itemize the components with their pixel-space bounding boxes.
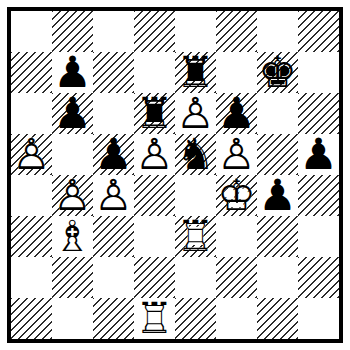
square-g4[interactable]: ♟ — [257, 175, 298, 216]
black-piece-glyph: ♟ — [216, 93, 257, 134]
square-f2[interactable] — [216, 257, 257, 298]
square-b4[interactable]: ♟♙ — [52, 175, 93, 216]
white-rook-piece: ♜♖ — [175, 216, 216, 257]
white-rook-piece: ♜♖ — [134, 298, 175, 339]
square-g8[interactable] — [257, 11, 298, 52]
black-piece-glyph: ♜ — [175, 52, 216, 93]
black-rook-piece: ♜ — [134, 93, 175, 134]
square-e1[interactable] — [175, 298, 216, 339]
square-d8[interactable] — [134, 11, 175, 52]
square-d1[interactable]: ♜♖ — [134, 298, 175, 339]
square-a8[interactable] — [11, 11, 52, 52]
square-c3[interactable] — [93, 216, 134, 257]
square-g1[interactable] — [257, 298, 298, 339]
square-h4[interactable] — [298, 175, 339, 216]
square-f8[interactable] — [216, 11, 257, 52]
square-a4[interactable] — [11, 175, 52, 216]
square-h7[interactable] — [298, 52, 339, 93]
black-pawn-piece: ♟ — [52, 52, 93, 93]
white-piece-outline-layer: ♙ — [134, 134, 175, 175]
white-piece-outline-layer: ♙ — [93, 175, 134, 216]
black-piece-glyph: ♟ — [52, 93, 93, 134]
square-a7[interactable] — [11, 52, 52, 93]
square-f5[interactable]: ♟♙ — [216, 134, 257, 175]
square-e5[interactable]: ♞ — [175, 134, 216, 175]
square-b8[interactable] — [52, 11, 93, 52]
square-b1[interactable] — [52, 298, 93, 339]
square-c4[interactable]: ♟♙ — [93, 175, 134, 216]
white-piece-outline-layer: ♗ — [52, 216, 93, 257]
square-e3[interactable]: ♜♖ — [175, 216, 216, 257]
square-h8[interactable] — [298, 11, 339, 52]
chess-diagram-page: ♟♜♚♟♜♟♙♟♟♙♟♟♙♞♟♙♟♟♙♟♙♚♔♟♝♗♜♖♜♖ — [0, 0, 350, 350]
square-e2[interactable] — [175, 257, 216, 298]
white-piece-outline-layer: ♙ — [11, 134, 52, 175]
square-f6[interactable]: ♟ — [216, 93, 257, 134]
white-piece-outline-layer: ♙ — [175, 93, 216, 134]
square-d3[interactable] — [134, 216, 175, 257]
square-c1[interactable] — [93, 298, 134, 339]
square-e6[interactable]: ♟♙ — [175, 93, 216, 134]
black-piece-glyph: ♟ — [52, 52, 93, 93]
black-pawn-piece: ♟ — [216, 93, 257, 134]
square-a3[interactable] — [11, 216, 52, 257]
square-a6[interactable] — [11, 93, 52, 134]
square-b7[interactable]: ♟ — [52, 52, 93, 93]
square-d6[interactable]: ♜ — [134, 93, 175, 134]
square-g6[interactable] — [257, 93, 298, 134]
square-d4[interactable] — [134, 175, 175, 216]
chess-board: ♟♜♚♟♜♟♙♟♟♙♟♟♙♞♟♙♟♟♙♟♙♚♔♟♝♗♜♖♜♖ — [7, 7, 343, 343]
square-e4[interactable] — [175, 175, 216, 216]
square-e8[interactable] — [175, 11, 216, 52]
black-piece-glyph: ♜ — [134, 93, 175, 134]
square-c7[interactable] — [93, 52, 134, 93]
white-piece-outline-layer: ♙ — [216, 134, 257, 175]
black-piece-glyph: ♟ — [298, 134, 339, 175]
white-bishop-piece: ♝♗ — [52, 216, 93, 257]
square-f4[interactable]: ♚♔ — [216, 175, 257, 216]
square-f1[interactable] — [216, 298, 257, 339]
square-d5[interactable]: ♟♙ — [134, 134, 175, 175]
black-pawn-piece: ♟ — [52, 93, 93, 134]
square-b6[interactable]: ♟ — [52, 93, 93, 134]
white-pawn-piece: ♟♙ — [134, 134, 175, 175]
square-e7[interactable]: ♜ — [175, 52, 216, 93]
square-h2[interactable] — [298, 257, 339, 298]
white-pawn-piece: ♟♙ — [52, 175, 93, 216]
square-h1[interactable] — [298, 298, 339, 339]
square-d7[interactable] — [134, 52, 175, 93]
black-knight-piece: ♞ — [175, 134, 216, 175]
square-g2[interactable] — [257, 257, 298, 298]
square-g3[interactable] — [257, 216, 298, 257]
square-g5[interactable] — [257, 134, 298, 175]
black-rook-piece: ♜ — [175, 52, 216, 93]
square-b2[interactable] — [52, 257, 93, 298]
white-piece-outline-layer: ♔ — [216, 175, 257, 216]
square-c5[interactable]: ♟ — [93, 134, 134, 175]
black-pawn-piece: ♟ — [257, 175, 298, 216]
black-pawn-piece: ♟ — [93, 134, 134, 175]
white-piece-outline-layer: ♖ — [134, 298, 175, 339]
square-a5[interactable]: ♟♙ — [11, 134, 52, 175]
square-f7[interactable] — [216, 52, 257, 93]
square-h5[interactable]: ♟ — [298, 134, 339, 175]
square-c2[interactable] — [93, 257, 134, 298]
square-a2[interactable] — [11, 257, 52, 298]
white-piece-outline-layer: ♙ — [52, 175, 93, 216]
white-pawn-piece: ♟♙ — [216, 134, 257, 175]
black-pawn-piece: ♟ — [298, 134, 339, 175]
square-b5[interactable] — [52, 134, 93, 175]
square-f3[interactable] — [216, 216, 257, 257]
square-d2[interactable] — [134, 257, 175, 298]
white-king-piece: ♚♔ — [216, 175, 257, 216]
square-c6[interactable] — [93, 93, 134, 134]
black-piece-glyph: ♟ — [93, 134, 134, 175]
square-b3[interactable]: ♝♗ — [52, 216, 93, 257]
square-g7[interactable]: ♚ — [257, 52, 298, 93]
white-pawn-piece: ♟♙ — [11, 134, 52, 175]
black-piece-glyph: ♞ — [175, 134, 216, 175]
square-h3[interactable] — [298, 216, 339, 257]
white-pawn-piece: ♟♙ — [175, 93, 216, 134]
black-king-piece: ♚ — [257, 52, 298, 93]
white-piece-outline-layer: ♖ — [175, 216, 216, 257]
white-pawn-piece: ♟♙ — [93, 175, 134, 216]
square-a1[interactable] — [11, 298, 52, 339]
black-piece-glyph: ♟ — [257, 175, 298, 216]
black-piece-glyph: ♚ — [257, 52, 298, 93]
square-h6[interactable] — [298, 93, 339, 134]
square-c8[interactable] — [93, 11, 134, 52]
